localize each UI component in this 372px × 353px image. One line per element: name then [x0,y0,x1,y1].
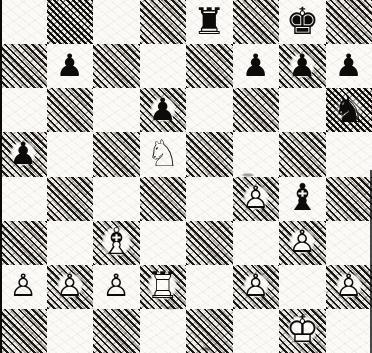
square-e1[interactable] [186,309,233,353]
square-a6[interactable] [0,88,47,132]
square-a7[interactable] [0,44,47,88]
piece-black-pawn[interactable]: ♟ [6,137,40,170]
square-h5[interactable] [326,132,372,176]
piece-white-pawn[interactable]: ♙ [285,225,319,258]
square-h7[interactable]: ♟ [326,44,372,88]
square-g1[interactable]: ♔ [279,309,326,353]
piece-black-pawn[interactable]: ♟ [285,49,319,82]
piece-white-bishop[interactable]: ♗ [97,222,136,261]
square-f5[interactable] [233,132,280,176]
piece-white-pawn[interactable]: ♙ [102,270,130,301]
square-b8[interactable] [47,0,94,44]
square-f3[interactable] [233,221,280,265]
piece-black-king[interactable]: ♚ [286,3,319,40]
square-g3[interactable]: ♙ [279,221,326,265]
square-d5[interactable]: ♘ [140,132,187,176]
square-c4[interactable] [93,177,140,221]
square-g2[interactable] [279,265,326,309]
square-e5[interactable] [186,132,233,176]
square-c3[interactable]: ♗ [93,221,140,265]
square-d3[interactable] [140,221,187,265]
square-e8[interactable]: ♜ [186,0,233,44]
square-d6[interactable]: ♟ [140,88,187,132]
square-h1[interactable] [326,309,372,353]
square-g5[interactable] [279,132,326,176]
square-e6[interactable] [186,88,233,132]
square-a8[interactable] [0,0,47,44]
square-h2[interactable]: ♙ [326,265,372,309]
square-a2[interactable]: ♙ [0,265,47,309]
square-e2[interactable] [186,265,233,309]
square-c2[interactable]: ♙ [93,265,140,309]
square-c5[interactable] [93,132,140,176]
square-e3[interactable] [186,221,233,265]
square-a4[interactable] [0,177,47,221]
square-a3[interactable] [0,221,47,265]
piece-black-bishop[interactable]: ♝ [286,179,319,216]
piece-white-king[interactable]: ♔ [283,310,322,349]
square-g8[interactable]: ♚ [279,0,326,44]
square-a5[interactable]: ♟ [0,132,47,176]
square-b7[interactable]: ♟ [47,44,94,88]
square-d4[interactable] [140,177,187,221]
piece-black-pawn[interactable]: ♟ [56,50,84,81]
chess-diagram: ♜♚♟♟♟♟♟♞♟♘♙♝♗♙♙♙♙♖♙♙♔ [0,0,372,353]
square-h3[interactable] [326,221,372,265]
square-d8[interactable] [140,0,187,44]
piece-white-pawn[interactable]: ♙ [332,269,366,302]
square-f2[interactable]: ♙ [233,265,280,309]
piece-black-pawn[interactable]: ♟ [242,50,270,81]
piece-white-pawn[interactable]: ♙ [53,269,87,302]
square-a1[interactable] [0,309,47,353]
scan-edge-line-left [0,0,2,353]
square-b4[interactable] [47,177,94,221]
piece-white-pawn[interactable]: ♙ [9,270,37,301]
square-f6[interactable] [233,88,280,132]
square-e4[interactable] [186,177,233,221]
square-g4[interactable]: ♝ [279,177,326,221]
square-f4[interactable]: ♙ [233,177,280,221]
square-e7[interactable] [186,44,233,88]
square-b6[interactable] [47,88,94,132]
square-c6[interactable] [93,88,140,132]
square-b2[interactable]: ♙ [47,265,94,309]
piece-black-pawn[interactable]: ♟ [335,50,363,81]
piece-white-knight[interactable]: ♘ [146,135,179,172]
square-f8[interactable] [233,0,280,44]
piece-white-rook[interactable]: ♖ [143,266,182,305]
piece-white-pawn[interactable]: ♙ [239,181,273,214]
square-d7[interactable] [140,44,187,88]
piece-black-knight[interactable]: ♞ [329,90,368,129]
square-d1[interactable] [140,309,187,353]
square-c1[interactable] [93,309,140,353]
square-g6[interactable] [279,88,326,132]
square-c8[interactable] [93,0,140,44]
square-g7[interactable]: ♟ [279,44,326,88]
square-b1[interactable] [47,309,94,353]
square-f7[interactable]: ♟ [233,44,280,88]
square-h4[interactable] [326,177,372,221]
square-h6[interactable]: ♞ [326,88,372,132]
square-b3[interactable] [47,221,94,265]
square-d2[interactable]: ♖ [140,265,187,309]
square-b5[interactable] [47,132,94,176]
square-f1[interactable] [233,309,280,353]
square-h8[interactable] [326,0,372,44]
square-c7[interactable] [93,44,140,88]
piece-black-pawn[interactable]: ♟ [146,93,180,126]
chess-board: ♜♚♟♟♟♟♟♞♟♘♙♝♗♙♙♙♙♖♙♙♔ [0,0,372,353]
piece-black-rook[interactable]: ♜ [193,3,226,40]
piece-white-pawn[interactable]: ♙ [239,269,273,302]
